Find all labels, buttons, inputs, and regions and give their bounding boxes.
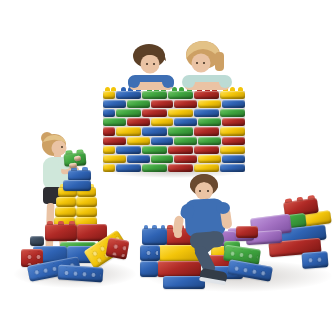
product-photo-jumbo-blocks xyxy=(0,0,336,336)
block-B xyxy=(140,261,158,277)
plane-boy-sleeve-right xyxy=(216,202,230,214)
block-B xyxy=(140,245,160,261)
block-B xyxy=(142,228,167,245)
block-plane-scene xyxy=(0,0,336,336)
boy-riding-blocks xyxy=(168,172,238,292)
plane-boy-hand xyxy=(174,230,182,238)
block-R xyxy=(236,226,258,238)
block-B xyxy=(301,251,328,269)
plane-boy-face xyxy=(195,182,213,200)
